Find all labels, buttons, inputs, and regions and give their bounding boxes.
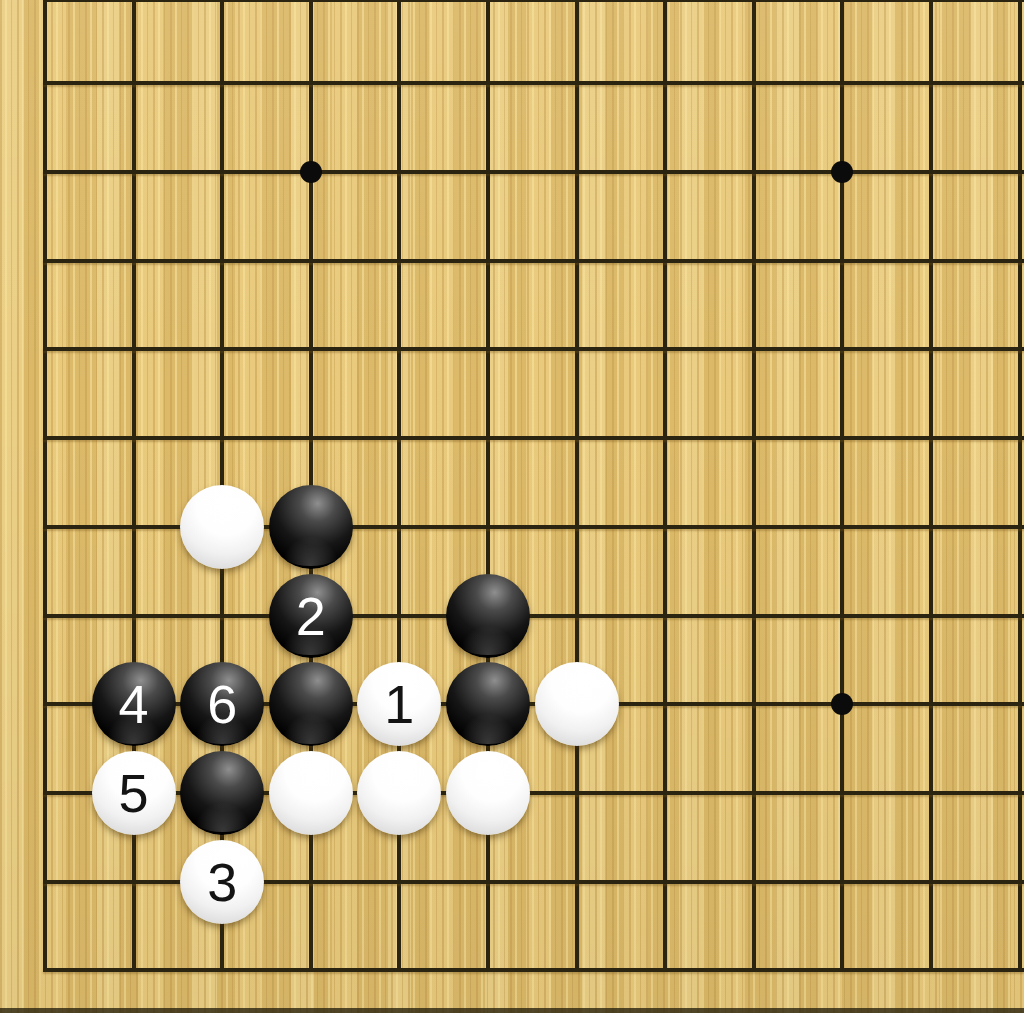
black-stone — [269, 662, 353, 746]
black-stone — [180, 751, 264, 835]
move-number: 4 — [119, 677, 149, 731]
grid-line-vertical — [663, 0, 667, 972]
grid-line-vertical — [1018, 0, 1022, 972]
white-stone: 1 — [357, 662, 441, 746]
grid-line-vertical — [929, 0, 933, 972]
grid-line-horizontal — [43, 436, 1024, 440]
grid-line-vertical — [43, 0, 47, 972]
black-stone — [446, 662, 530, 746]
move-number: 3 — [207, 855, 237, 909]
move-number: 2 — [296, 589, 326, 643]
grid-line-vertical — [575, 0, 579, 972]
grid-line-horizontal — [43, 347, 1024, 351]
grid-line-horizontal — [43, 968, 1024, 972]
move-number: 1 — [384, 677, 414, 731]
move-number: 6 — [207, 677, 237, 731]
black-stone: 4 — [92, 662, 176, 746]
hoshi-point — [831, 693, 853, 715]
white-stone — [180, 485, 264, 569]
black-stone: 2 — [269, 574, 353, 658]
grid-line-vertical — [752, 0, 756, 972]
grid-line-horizontal — [43, 614, 1024, 618]
black-stone — [269, 485, 353, 569]
white-stone: 3 — [180, 840, 264, 924]
hoshi-point — [831, 161, 853, 183]
black-stone: 6 — [180, 662, 264, 746]
cropped-top-gridline — [43, 0, 1024, 2]
grid-line-horizontal — [43, 259, 1024, 263]
white-stone — [357, 751, 441, 835]
go-board: 246153 — [0, 0, 1024, 1013]
grid-line-horizontal — [43, 170, 1024, 174]
white-stone — [535, 662, 619, 746]
grid-line-horizontal — [43, 81, 1024, 85]
hoshi-point — [300, 161, 322, 183]
grid-line-vertical — [840, 0, 844, 972]
white-stone — [269, 751, 353, 835]
move-number: 5 — [119, 766, 149, 820]
white-stone — [446, 751, 530, 835]
white-stone: 5 — [92, 751, 176, 835]
image-bottom-edge — [0, 1008, 1024, 1013]
black-stone — [446, 574, 530, 658]
